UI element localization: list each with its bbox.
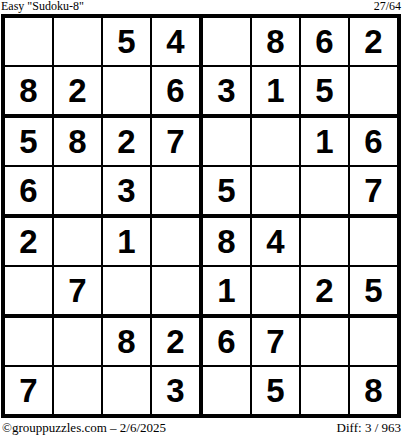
cell-r7c1-empty[interactable] (5, 318, 54, 367)
cell-r7c2-empty[interactable] (54, 318, 103, 367)
cell-r5c4-empty[interactable] (152, 218, 203, 267)
cell-r6c1-empty[interactable] (5, 267, 54, 318)
cell-r6c4-empty[interactable] (152, 267, 203, 318)
sudoku-grid: 5486282631558271663572184712582677358 (1, 14, 401, 418)
cell-r1c7-given: 6 (301, 18, 350, 67)
cell-r6c5-given: 1 (203, 267, 252, 318)
cell-r1c3-given: 5 (103, 18, 152, 67)
cell-r4c2-empty[interactable] (54, 167, 103, 218)
cell-r5c5-given: 8 (203, 218, 252, 267)
cell-r8c7-empty[interactable] (301, 367, 350, 414)
cell-r2c6-given: 1 (252, 67, 301, 118)
header: Easy "Sudoku-8" 27/64 (0, 0, 403, 14)
cell-r4c8-given: 7 (350, 167, 397, 218)
cell-r5c1-given: 2 (5, 218, 54, 267)
cell-r3c8-given: 6 (350, 118, 397, 167)
cell-r7c4-given: 2 (152, 318, 203, 367)
cell-r6c3-empty[interactable] (103, 267, 152, 318)
cell-r7c5-given: 6 (203, 318, 252, 367)
cell-r1c4-given: 4 (152, 18, 203, 67)
cell-r4c3-given: 3 (103, 167, 152, 218)
cell-r4c6-empty[interactable] (252, 167, 301, 218)
cell-r8c8-given: 8 (350, 367, 397, 414)
puzzle-title: Easy "Sudoku-8" (0, 0, 84, 13)
cell-r5c8-empty[interactable] (350, 218, 397, 267)
cell-r3c5-empty[interactable] (203, 118, 252, 167)
cell-r7c6-given: 7 (252, 318, 301, 367)
cell-r6c2-given: 7 (54, 267, 103, 318)
cell-r2c8-empty[interactable] (350, 67, 397, 118)
cell-r2c7-given: 5 (301, 67, 350, 118)
cell-r3c1-given: 5 (5, 118, 54, 167)
cell-r2c2-given: 2 (54, 67, 103, 118)
cell-r4c1-given: 6 (5, 167, 54, 218)
cell-r6c7-given: 2 (301, 267, 350, 318)
cell-r8c3-empty[interactable] (103, 367, 152, 414)
copyright-text: ©grouppuzzles.com – 2/6/2025 (0, 420, 166, 435)
cell-r4c4-empty[interactable] (152, 167, 203, 218)
cell-r1c6-given: 8 (252, 18, 301, 67)
cell-r2c4-given: 6 (152, 67, 203, 118)
cell-r7c7-empty[interactable] (301, 318, 350, 367)
cell-r2c5-given: 3 (203, 67, 252, 118)
cell-r2c1-given: 8 (5, 67, 54, 118)
cell-r4c5-given: 5 (203, 167, 252, 218)
cell-r5c7-empty[interactable] (301, 218, 350, 267)
cell-r3c7-given: 1 (301, 118, 350, 167)
cell-r4c7-empty[interactable] (301, 167, 350, 218)
cell-r6c6-empty[interactable] (252, 267, 301, 318)
cell-r7c3-given: 8 (103, 318, 152, 367)
cell-r2c3-empty[interactable] (103, 67, 152, 118)
cell-r8c1-given: 7 (5, 367, 54, 414)
cell-r3c4-given: 7 (152, 118, 203, 167)
cell-r8c2-empty[interactable] (54, 367, 103, 414)
puzzle-page: Easy "Sudoku-8" 27/64 548628263155827166… (0, 0, 403, 437)
givens-count: 27/64 (374, 0, 403, 13)
cell-r1c5-empty[interactable] (203, 18, 252, 67)
cell-r8c6-given: 5 (252, 367, 301, 414)
footer: ©grouppuzzles.com – 2/6/2025 Diff: 3 / 9… (0, 420, 403, 435)
cell-r8c4-given: 3 (152, 367, 203, 414)
cell-r5c3-given: 1 (103, 218, 152, 267)
cell-r5c6-given: 4 (252, 218, 301, 267)
cell-r1c2-empty[interactable] (54, 18, 103, 67)
cell-r1c8-given: 2 (350, 18, 397, 67)
cell-r8c5-empty[interactable] (203, 367, 252, 414)
cell-r1c1-empty[interactable] (5, 18, 54, 67)
difficulty-text: Diff: 3 / 963 (337, 420, 403, 435)
cell-r5c2-empty[interactable] (54, 218, 103, 267)
cell-r3c3-given: 2 (103, 118, 152, 167)
cell-r3c6-empty[interactable] (252, 118, 301, 167)
cell-r7c8-empty[interactable] (350, 318, 397, 367)
cell-r6c8-given: 5 (350, 267, 397, 318)
cell-r3c2-given: 8 (54, 118, 103, 167)
